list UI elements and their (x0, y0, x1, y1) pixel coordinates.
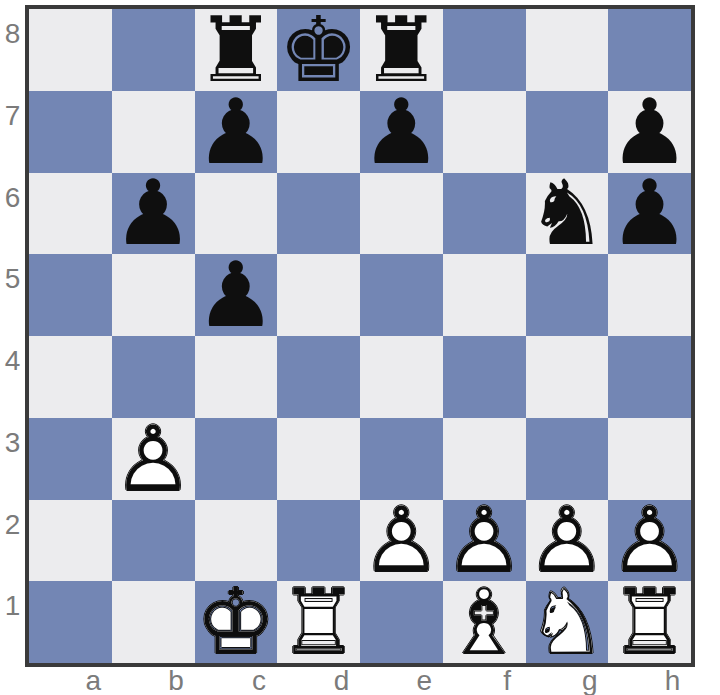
white-piece-outline: ♖ (608, 581, 691, 663)
file-label-f: f (466, 667, 549, 695)
rank-label-5: 5 (0, 254, 25, 336)
white-rook[interactable]: ♜♖ (277, 581, 360, 663)
square-b8[interactable] (112, 9, 195, 91)
square-f4[interactable] (443, 336, 526, 418)
square-e5[interactable] (360, 254, 443, 336)
white-pawn[interactable]: ♟♙ (112, 418, 195, 500)
square-g5[interactable] (526, 254, 609, 336)
black-pawn[interactable]: ♟ (195, 91, 278, 173)
square-b1[interactable] (112, 581, 195, 663)
rank-label-4: 4 (0, 336, 25, 418)
square-a3[interactable] (29, 418, 112, 500)
square-c5[interactable]: ♟ (195, 254, 278, 336)
square-h4[interactable] (608, 336, 691, 418)
white-piece-outline: ♙ (112, 418, 195, 500)
black-pawn[interactable]: ♟ (608, 173, 691, 255)
square-d4[interactable] (277, 336, 360, 418)
white-rook[interactable]: ♜♖ (608, 581, 691, 663)
board-squares: ♜♚♜♟♟♟♟♞♟♟♟♙♟♙♟♙♟♙♟♙♚♔♜♖♝♗♞♘♜♖ (29, 9, 691, 663)
white-bishop[interactable]: ♝♗ (443, 581, 526, 663)
square-a1[interactable] (29, 581, 112, 663)
chess-board-screen: { "game": "chess", "position": { "fen": … (0, 0, 720, 695)
file-labels: abcdefgh (52, 667, 714, 695)
square-g8[interactable] (526, 9, 609, 91)
square-f5[interactable] (443, 254, 526, 336)
file-label-c: c (218, 667, 301, 695)
white-pawn[interactable]: ♟♙ (360, 500, 443, 582)
square-e2[interactable]: ♟♙ (360, 500, 443, 582)
square-g6[interactable]: ♞ (526, 173, 609, 255)
file-label-g: g (549, 667, 632, 695)
square-d1[interactable]: ♜♖ (277, 581, 360, 663)
white-piece-outline: ♖ (277, 581, 360, 663)
file-label-b: b (135, 667, 218, 695)
black-pawn[interactable]: ♟ (195, 254, 278, 336)
white-piece-outline: ♗ (443, 581, 526, 663)
square-f7[interactable] (443, 91, 526, 173)
square-d3[interactable] (277, 418, 360, 500)
square-h5[interactable] (608, 254, 691, 336)
square-f1[interactable]: ♝♗ (443, 581, 526, 663)
square-h1[interactable]: ♜♖ (608, 581, 691, 663)
square-e6[interactable] (360, 173, 443, 255)
rank-label-1: 1 (0, 581, 25, 663)
white-piece-outline: ♘ (526, 581, 609, 663)
square-g4[interactable] (526, 336, 609, 418)
square-g1[interactable]: ♞♘ (526, 581, 609, 663)
square-a2[interactable] (29, 500, 112, 582)
square-d5[interactable] (277, 254, 360, 336)
white-knight[interactable]: ♞♘ (526, 581, 609, 663)
square-a8[interactable] (29, 9, 112, 91)
square-f6[interactable] (443, 173, 526, 255)
square-a4[interactable] (29, 336, 112, 418)
square-h6[interactable]: ♟ (608, 173, 691, 255)
black-king[interactable]: ♚ (277, 9, 360, 91)
square-a7[interactable] (29, 91, 112, 173)
square-e1[interactable] (360, 581, 443, 663)
square-a5[interactable] (29, 254, 112, 336)
square-b2[interactable] (112, 500, 195, 582)
rank-label-8: 8 (0, 9, 25, 91)
black-knight[interactable]: ♞ (526, 173, 609, 255)
file-label-d: d (300, 667, 383, 695)
rank-label-6: 6 (0, 173, 25, 255)
rank-labels: 87654321 (0, 9, 25, 663)
black-pawn[interactable]: ♟ (112, 173, 195, 255)
square-d8[interactable]: ♚ (277, 9, 360, 91)
square-b3[interactable]: ♟♙ (112, 418, 195, 500)
square-c7[interactable]: ♟ (195, 91, 278, 173)
white-piece-outline: ♔ (195, 581, 278, 663)
chess-board: ♜♚♜♟♟♟♟♞♟♟♟♙♟♙♟♙♟♙♟♙♚♔♜♖♝♗♞♘♜♖ (25, 5, 695, 667)
square-e7[interactable]: ♟ (360, 91, 443, 173)
square-b6[interactable]: ♟ (112, 173, 195, 255)
square-c1[interactable]: ♚♔ (195, 581, 278, 663)
square-c3[interactable] (195, 418, 278, 500)
square-b5[interactable] (112, 254, 195, 336)
square-a6[interactable] (29, 173, 112, 255)
square-c4[interactable] (195, 336, 278, 418)
rank-label-2: 2 (0, 500, 25, 582)
square-f8[interactable] (443, 9, 526, 91)
white-king[interactable]: ♚♔ (195, 581, 278, 663)
file-label-e: e (383, 667, 466, 695)
rank-label-3: 3 (0, 418, 25, 500)
file-label-a: a (52, 667, 135, 695)
white-piece-outline: ♙ (360, 500, 443, 582)
black-pawn[interactable]: ♟ (360, 91, 443, 173)
rank-label-7: 7 (0, 91, 25, 173)
square-d6[interactable] (277, 173, 360, 255)
square-d7[interactable] (277, 91, 360, 173)
square-e4[interactable] (360, 336, 443, 418)
file-label-h: h (631, 667, 714, 695)
